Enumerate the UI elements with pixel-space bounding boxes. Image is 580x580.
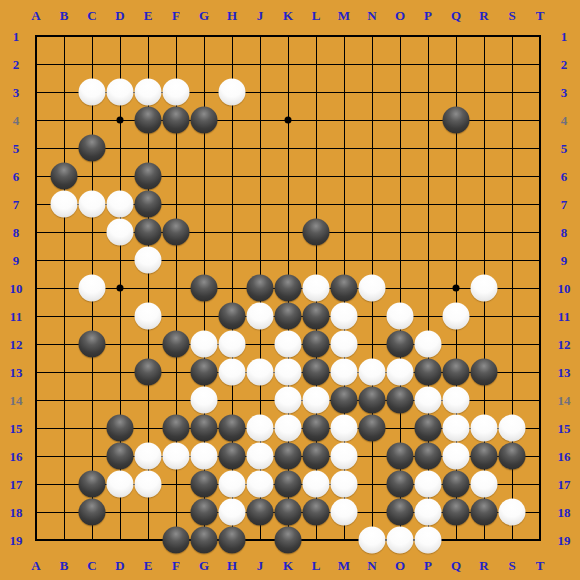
white-stone-H13[interactable] [219,359,246,386]
row-label-left-1: 1 [13,30,20,43]
black-stone-G17[interactable] [191,471,218,498]
white-stone-M17[interactable] [331,471,358,498]
black-stone-H15[interactable] [219,415,246,442]
black-stone-D16[interactable] [107,443,134,470]
black-stone-G10[interactable] [191,275,218,302]
black-stone-J18[interactable] [247,499,274,526]
black-stone-O16[interactable] [387,443,414,470]
white-stone-J15[interactable] [247,415,274,442]
white-stone-N13[interactable] [359,359,386,386]
black-stone-R13[interactable] [471,359,498,386]
row-label-right-11: 11 [558,310,570,323]
row-label-right-18: 18 [558,506,571,519]
star-point-D10 [117,285,124,292]
black-stone-S16[interactable] [499,443,526,470]
black-stone-C12[interactable] [79,331,106,358]
row-label-right-4: 4 [561,114,568,127]
row-label-right-15: 15 [558,422,571,435]
black-stone-C5[interactable] [79,135,106,162]
black-stone-J10[interactable] [247,275,274,302]
row-label-right-5: 5 [561,142,568,155]
go-board[interactable]: AABBCCDDEEFFGGHHJJKKLLMMNNOOPPQQRRSSTT11… [0,0,580,580]
white-stone-E9[interactable] [135,247,162,274]
black-stone-F12[interactable] [163,331,190,358]
row-label-right-1: 1 [561,30,568,43]
column-label-top-Q: Q [451,9,461,22]
black-stone-G18[interactable] [191,499,218,526]
row-label-left-17: 17 [10,478,23,491]
column-label-top-H: H [227,9,237,22]
row-label-left-13: 13 [10,366,23,379]
column-label-bottom-R: R [479,559,488,572]
black-stone-E8[interactable] [135,219,162,246]
column-label-top-E: E [144,9,153,22]
black-stone-O14[interactable] [387,387,414,414]
white-stone-C7[interactable] [79,191,106,218]
row-label-right-9: 9 [561,254,568,267]
white-stone-D7[interactable] [107,191,134,218]
black-stone-G19[interactable] [191,527,218,554]
black-stone-B6[interactable] [51,163,78,190]
white-stone-E3[interactable] [135,79,162,106]
row-label-left-19: 19 [10,534,23,547]
star-point-K4 [285,117,292,124]
column-label-bottom-N: N [367,559,376,572]
white-stone-Q15[interactable] [443,415,470,442]
black-stone-L13[interactable] [303,359,330,386]
black-stone-L18[interactable] [303,499,330,526]
column-label-bottom-B: B [60,559,69,572]
white-stone-R17[interactable] [471,471,498,498]
white-stone-K15[interactable] [275,415,302,442]
column-label-bottom-G: G [199,559,209,572]
column-label-bottom-L: L [312,559,321,572]
white-stone-D17[interactable] [107,471,134,498]
column-label-top-D: D [115,9,124,22]
black-stone-H11[interactable] [219,303,246,330]
row-label-right-3: 3 [561,86,568,99]
white-stone-K13[interactable] [275,359,302,386]
row-label-right-10: 10 [558,282,571,295]
black-stone-G13[interactable] [191,359,218,386]
white-stone-C3[interactable] [79,79,106,106]
white-stone-P19[interactable] [415,527,442,554]
white-stone-O19[interactable] [387,527,414,554]
row-label-left-11: 11 [10,310,22,323]
black-stone-Q17[interactable] [443,471,470,498]
white-stone-P12[interactable] [415,331,442,358]
column-label-bottom-T: T [536,559,545,572]
white-stone-L17[interactable] [303,471,330,498]
column-label-bottom-M: M [338,559,350,572]
black-stone-G15[interactable] [191,415,218,442]
white-stone-R15[interactable] [471,415,498,442]
column-label-bottom-A: A [31,559,40,572]
row-label-left-18: 18 [10,506,23,519]
black-stone-L16[interactable] [303,443,330,470]
white-stone-P17[interactable] [415,471,442,498]
row-label-left-5: 5 [13,142,20,155]
column-label-top-L: L [312,9,321,22]
row-label-right-12: 12 [558,338,571,351]
white-stone-L14[interactable] [303,387,330,414]
white-stone-D3[interactable] [107,79,134,106]
column-label-top-F: F [172,9,180,22]
black-stone-L15[interactable] [303,415,330,442]
black-stone-N15[interactable] [359,415,386,442]
black-stone-F4[interactable] [163,107,190,134]
white-stone-E16[interactable] [135,443,162,470]
star-point-D4 [117,117,124,124]
white-stone-E11[interactable] [135,303,162,330]
white-stone-S18[interactable] [499,499,526,526]
white-stone-O13[interactable] [387,359,414,386]
white-stone-F16[interactable] [163,443,190,470]
white-stone-D8[interactable] [107,219,134,246]
white-stone-G16[interactable] [191,443,218,470]
column-label-top-P: P [424,9,432,22]
black-stone-M14[interactable] [331,387,358,414]
black-stone-K19[interactable] [275,527,302,554]
black-stone-M10[interactable] [331,275,358,302]
black-stone-O17[interactable] [387,471,414,498]
star-point-Q10 [453,285,460,292]
column-label-top-A: A [31,9,40,22]
white-stone-S15[interactable] [499,415,526,442]
column-label-top-T: T [536,9,545,22]
column-label-top-G: G [199,9,209,22]
black-stone-Q4[interactable] [443,107,470,134]
row-label-left-16: 16 [10,450,23,463]
white-stone-N10[interactable] [359,275,386,302]
black-stone-D15[interactable] [107,415,134,442]
white-stone-M15[interactable] [331,415,358,442]
black-stone-Q13[interactable] [443,359,470,386]
black-stone-C17[interactable] [79,471,106,498]
black-stone-E13[interactable] [135,359,162,386]
black-stone-P16[interactable] [415,443,442,470]
row-label-left-6: 6 [13,170,20,183]
white-stone-F3[interactable] [163,79,190,106]
black-stone-P13[interactable] [415,359,442,386]
row-label-left-10: 10 [10,282,23,295]
black-stone-E4[interactable] [135,107,162,134]
column-label-top-R: R [479,9,488,22]
black-stone-R16[interactable] [471,443,498,470]
row-label-right-7: 7 [561,198,568,211]
black-stone-K18[interactable] [275,499,302,526]
column-label-bottom-D: D [115,559,124,572]
black-stone-F15[interactable] [163,415,190,442]
column-label-bottom-C: C [87,559,96,572]
row-label-right-8: 8 [561,226,568,239]
column-label-top-N: N [367,9,376,22]
row-label-left-3: 3 [13,86,20,99]
black-stone-R18[interactable] [471,499,498,526]
white-stone-O11[interactable] [387,303,414,330]
column-label-bottom-O: O [395,559,405,572]
column-label-top-B: B [60,9,69,22]
black-stone-O18[interactable] [387,499,414,526]
black-stone-L8[interactable] [303,219,330,246]
column-label-bottom-K: K [283,559,293,572]
column-label-bottom-Q: Q [451,559,461,572]
white-stone-M16[interactable] [331,443,358,470]
row-label-left-2: 2 [13,58,20,71]
white-stone-K12[interactable] [275,331,302,358]
column-label-top-K: K [283,9,293,22]
black-stone-E7[interactable] [135,191,162,218]
column-label-top-O: O [395,9,405,22]
black-stone-K10[interactable] [275,275,302,302]
column-label-top-S: S [508,9,515,22]
row-label-right-14: 14 [558,394,571,407]
white-stone-J17[interactable] [247,471,274,498]
white-stone-Q14[interactable] [443,387,470,414]
black-stone-H16[interactable] [219,443,246,470]
white-stone-N19[interactable] [359,527,386,554]
row-label-right-16: 16 [558,450,571,463]
white-stone-H18[interactable] [219,499,246,526]
column-label-bottom-S: S [508,559,515,572]
white-stone-K14[interactable] [275,387,302,414]
white-stone-L10[interactable] [303,275,330,302]
row-label-left-4: 4 [13,114,20,127]
row-label-right-6: 6 [561,170,568,183]
row-label-left-9: 9 [13,254,20,267]
white-stone-C10[interactable] [79,275,106,302]
white-stone-B7[interactable] [51,191,78,218]
black-stone-K17[interactable] [275,471,302,498]
black-stone-K16[interactable] [275,443,302,470]
black-stone-H19[interactable] [219,527,246,554]
white-stone-M18[interactable] [331,499,358,526]
white-stone-R10[interactable] [471,275,498,302]
white-stone-P18[interactable] [415,499,442,526]
row-label-left-8: 8 [13,226,20,239]
black-stone-L11[interactable] [303,303,330,330]
row-label-right-13: 13 [558,366,571,379]
white-stone-Q16[interactable] [443,443,470,470]
row-label-left-12: 12 [10,338,23,351]
row-label-left-15: 15 [10,422,23,435]
row-label-right-19: 19 [558,534,571,547]
white-stone-M11[interactable] [331,303,358,330]
white-stone-H3[interactable] [219,79,246,106]
white-stone-M12[interactable] [331,331,358,358]
column-label-top-C: C [87,9,96,22]
row-label-left-7: 7 [13,198,20,211]
black-stone-F19[interactable] [163,527,190,554]
row-label-right-17: 17 [558,478,571,491]
white-stone-J16[interactable] [247,443,274,470]
column-label-top-J: J [257,9,264,22]
white-stone-Q11[interactable] [443,303,470,330]
black-stone-K11[interactable] [275,303,302,330]
black-stone-P15[interactable] [415,415,442,442]
column-label-bottom-H: H [227,559,237,572]
column-label-bottom-P: P [424,559,432,572]
white-stone-H12[interactable] [219,331,246,358]
row-label-right-2: 2 [561,58,568,71]
column-label-top-M: M [338,9,350,22]
white-stone-E17[interactable] [135,471,162,498]
black-stone-E6[interactable] [135,163,162,190]
white-stone-G14[interactable] [191,387,218,414]
black-stone-L12[interactable] [303,331,330,358]
black-stone-F8[interactable] [163,219,190,246]
black-stone-Q18[interactable] [443,499,470,526]
column-label-bottom-F: F [172,559,180,572]
white-stone-J11[interactable] [247,303,274,330]
black-stone-G4[interactable] [191,107,218,134]
white-stone-J13[interactable] [247,359,274,386]
white-stone-G12[interactable] [191,331,218,358]
white-stone-H17[interactable] [219,471,246,498]
row-label-left-14: 14 [10,394,23,407]
black-stone-O12[interactable] [387,331,414,358]
column-label-bottom-J: J [257,559,264,572]
white-stone-M13[interactable] [331,359,358,386]
black-stone-C18[interactable] [79,499,106,526]
column-label-bottom-E: E [144,559,153,572]
black-stone-N14[interactable] [359,387,386,414]
white-stone-P14[interactable] [415,387,442,414]
